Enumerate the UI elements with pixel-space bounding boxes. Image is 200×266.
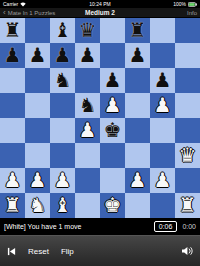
- status-clock: 10:24 PM: [68, 1, 133, 7]
- square-e3[interactable]: [100, 143, 125, 168]
- speaker-icon[interactable]: [181, 246, 193, 256]
- square-d7[interactable]: ♟: [75, 43, 100, 68]
- square-e6[interactable]: ♟: [100, 68, 125, 93]
- white-king: ♚: [104, 193, 122, 218]
- square-h7[interactable]: [175, 43, 200, 68]
- square-f8[interactable]: ♜: [125, 18, 150, 43]
- nav-bar: ‹ Mate In 1 Puzzles Medium 2 Info: [0, 8, 200, 18]
- square-a1[interactable]: ♜: [0, 193, 25, 218]
- square-b8[interactable]: [25, 18, 50, 43]
- black-knight: ♞: [79, 93, 97, 118]
- square-g4[interactable]: [150, 118, 175, 143]
- carrier-label: Carrier: [3, 1, 18, 7]
- turn-message: [White] You have 1 move: [4, 223, 81, 230]
- black-pawn: ♟: [4, 43, 22, 68]
- square-h2[interactable]: [175, 168, 200, 193]
- black-pawn: ♟: [54, 43, 72, 68]
- black-queen: ♛: [79, 18, 97, 43]
- white-pawn: ♟: [54, 168, 72, 193]
- back-chevron-icon: ‹: [3, 10, 6, 16]
- square-e4[interactable]: ♚: [100, 118, 125, 143]
- square-f5[interactable]: [125, 93, 150, 118]
- message-bar: [White] You have 1 move 0:06 0:00: [0, 218, 200, 235]
- page-title: Medium 2: [74, 9, 125, 16]
- back-label: Mate In 1 Puzzles: [8, 10, 56, 16]
- square-b5[interactable]: [25, 93, 50, 118]
- black-rook: ♜: [129, 18, 147, 43]
- square-b7[interactable]: ♟: [25, 43, 50, 68]
- app-screen: Carrier 10:24 PM 100% ‹ Mate In 1 Puzzle…: [0, 0, 200, 266]
- square-g2[interactable]: ♟: [150, 168, 175, 193]
- white-pawn: ♟: [154, 93, 172, 118]
- reset-button[interactable]: Reset: [28, 247, 49, 256]
- square-f3[interactable]: [125, 143, 150, 168]
- square-h5[interactable]: [175, 93, 200, 118]
- info-button[interactable]: Info: [126, 10, 197, 16]
- chess-board: ♜♝♛♜♟♟♟♟♟♞♟♟♞♟♟♟♚♛♟♟♟♟♟♜♞♝♚♜: [0, 18, 200, 218]
- white-pawn: ♟: [29, 168, 47, 193]
- square-b2[interactable]: ♟: [25, 168, 50, 193]
- square-g6[interactable]: ♟: [150, 68, 175, 93]
- white-pawn: ♟: [129, 168, 147, 193]
- square-c5[interactable]: [50, 93, 75, 118]
- skip-back-icon[interactable]: [7, 247, 16, 256]
- square-c2[interactable]: ♟: [50, 168, 75, 193]
- white-pawn: ♟: [79, 118, 97, 143]
- square-h4[interactable]: [175, 118, 200, 143]
- square-c1[interactable]: ♝: [50, 193, 75, 218]
- square-a6[interactable]: [0, 68, 25, 93]
- square-e5[interactable]: ♟: [100, 93, 125, 118]
- white-pawn: ♟: [4, 168, 22, 193]
- square-d2[interactable]: [75, 168, 100, 193]
- square-d4[interactable]: ♟: [75, 118, 100, 143]
- status-bar: Carrier 10:24 PM 100%: [0, 0, 200, 8]
- black-pawn: ♟: [104, 68, 122, 93]
- square-h8[interactable]: [175, 18, 200, 43]
- back-button[interactable]: ‹ Mate In 1 Puzzles: [3, 10, 74, 16]
- square-e7[interactable]: [100, 43, 125, 68]
- square-a4[interactable]: [0, 118, 25, 143]
- black-bishop: ♝: [54, 18, 72, 43]
- white-bishop: ♝: [54, 193, 72, 218]
- square-d6[interactable]: [75, 68, 100, 93]
- square-g8[interactable]: [150, 18, 175, 43]
- square-a3[interactable]: [0, 143, 25, 168]
- white-rook: ♜: [179, 193, 197, 218]
- square-c3[interactable]: [50, 143, 75, 168]
- square-f2[interactable]: ♟: [125, 168, 150, 193]
- black-knight: ♞: [54, 68, 72, 93]
- square-b1[interactable]: ♞: [25, 193, 50, 218]
- white-pawn: ♟: [104, 93, 122, 118]
- square-d5[interactable]: ♞: [75, 93, 100, 118]
- square-d1[interactable]: [75, 193, 100, 218]
- battery-percent: 100%: [173, 1, 186, 7]
- battery-icon: [188, 2, 197, 7]
- black-pawn: ♟: [29, 43, 47, 68]
- square-a2[interactable]: ♟: [0, 168, 25, 193]
- black-pawn: ♟: [154, 68, 172, 93]
- black-pawn: ♟: [79, 43, 97, 68]
- square-e8[interactable]: [100, 18, 125, 43]
- square-a7[interactable]: ♟: [0, 43, 25, 68]
- square-c4[interactable]: [50, 118, 75, 143]
- square-e2[interactable]: [100, 168, 125, 193]
- square-c7[interactable]: ♟: [50, 43, 75, 68]
- square-f1[interactable]: [125, 193, 150, 218]
- white-queen: ♛: [179, 143, 197, 168]
- square-g1[interactable]: [150, 193, 175, 218]
- square-f7[interactable]: ♟: [125, 43, 150, 68]
- wifi-icon: [20, 2, 26, 7]
- black-king: ♚: [104, 118, 122, 143]
- square-c6[interactable]: ♞: [50, 68, 75, 93]
- square-b6[interactable]: [25, 68, 50, 93]
- total-timer: 0:00: [182, 223, 196, 230]
- square-d8[interactable]: ♛: [75, 18, 100, 43]
- square-g5[interactable]: ♟: [150, 93, 175, 118]
- square-g7[interactable]: [150, 43, 175, 68]
- square-h6[interactable]: [175, 68, 200, 93]
- square-b3[interactable]: [25, 143, 50, 168]
- square-h3[interactable]: ♛: [175, 143, 200, 168]
- move-timer: 0:06: [154, 221, 178, 232]
- square-h1[interactable]: ♜: [175, 193, 200, 218]
- square-g3[interactable]: [150, 143, 175, 168]
- white-pawn: ♟: [154, 168, 172, 193]
- square-d3[interactable]: [75, 143, 100, 168]
- black-rook: ♜: [4, 18, 22, 43]
- square-a8[interactable]: ♜: [0, 18, 25, 43]
- flip-button[interactable]: Flip: [61, 247, 74, 256]
- square-b4[interactable]: [25, 118, 50, 143]
- square-e1[interactable]: ♚: [100, 193, 125, 218]
- square-a5[interactable]: [0, 93, 25, 118]
- black-pawn: ♟: [129, 43, 147, 68]
- white-knight: ♞: [29, 193, 47, 218]
- white-rook: ♜: [4, 193, 22, 218]
- square-f6[interactable]: [125, 68, 150, 93]
- square-c8[interactable]: ♝: [50, 18, 75, 43]
- bottom-toolbar: Reset Flip: [0, 235, 200, 266]
- square-f4[interactable]: [125, 118, 150, 143]
